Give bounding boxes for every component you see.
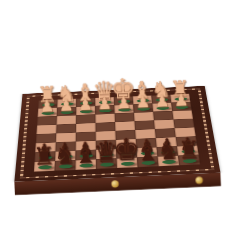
brass-clasp-icon bbox=[196, 176, 204, 184]
board-square[interactable]: ♜ bbox=[178, 155, 200, 166]
board-square[interactable]: ♝ bbox=[137, 157, 158, 168]
brass-clasp-icon bbox=[111, 180, 119, 188]
board-square[interactable]: ♝ bbox=[75, 159, 96, 170]
black-rook[interactable]: ♜ bbox=[178, 139, 200, 163]
black-bishop[interactable]: ♝ bbox=[135, 139, 159, 165]
board-square[interactable]: ♞ bbox=[55, 160, 76, 171]
black-rook[interactable]: ♜ bbox=[33, 145, 55, 169]
chess-set-product-photo: ♜♞♝♛♚♝♞♜♟♟♟♟♟♟♟♟♟♟♟♟♟♟♟♟♜♞♝♛♚♝♞♜ bbox=[0, 0, 230, 230]
black-knight[interactable]: ♞ bbox=[53, 144, 75, 168]
board-square[interactable]: ♞ bbox=[158, 156, 180, 167]
board-perspective-wrapper: ♜♞♝♛♚♝♞♜♟♟♟♟♟♟♟♟♟♟♟♟♟♟♟♟♜♞♝♛♚♝♞♜ bbox=[14, 86, 220, 182]
black-bishop[interactable]: ♝ bbox=[73, 141, 97, 167]
board-square[interactable]: ♚ bbox=[117, 157, 138, 168]
board-square[interactable]: ♜ bbox=[34, 161, 55, 172]
board-frame: ♜♞♝♛♚♝♞♜♟♟♟♟♟♟♟♟♟♟♟♟♟♟♟♟♜♞♝♛♚♝♞♜ bbox=[14, 86, 220, 182]
board-square[interactable]: ♛ bbox=[96, 158, 117, 169]
chess-set-scene: ♜♞♝♛♚♝♞♜♟♟♟♟♟♟♟♟♟♟♟♟♟♟♟♟♜♞♝♛♚♝♞♜ bbox=[2, 17, 229, 226]
black-knight[interactable]: ♞ bbox=[157, 140, 179, 164]
